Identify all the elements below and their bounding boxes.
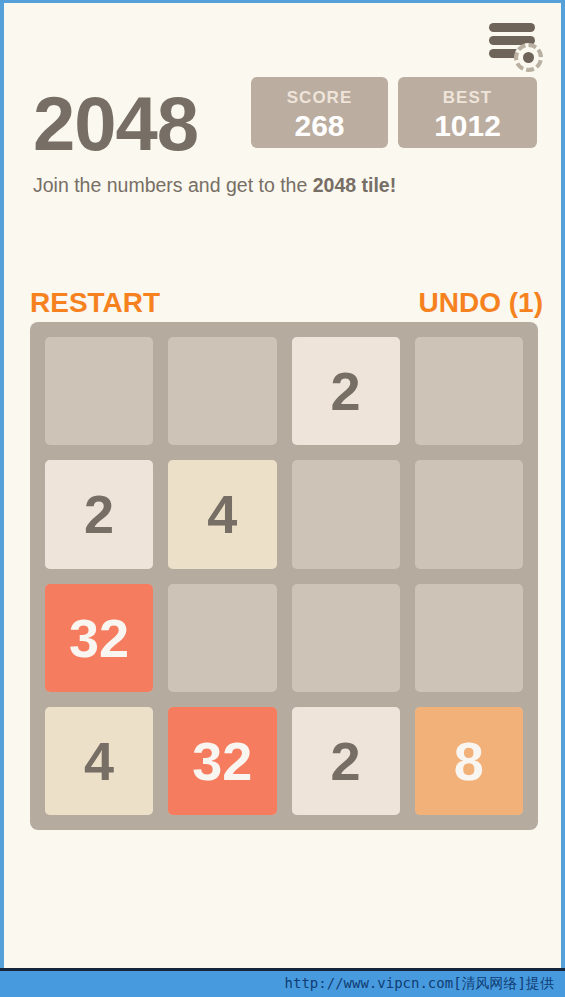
tile-4: 4 bbox=[45, 707, 153, 815]
tile-2: 2 bbox=[45, 460, 153, 568]
board-cell bbox=[168, 337, 276, 445]
board-cell bbox=[292, 584, 400, 692]
board-cell: 32 bbox=[168, 707, 276, 815]
score-value: 268 bbox=[251, 109, 388, 143]
tile-32: 32 bbox=[168, 707, 276, 815]
best-label: BEST bbox=[398, 88, 537, 108]
tile-8: 8 bbox=[415, 707, 523, 815]
tile-2: 2 bbox=[292, 707, 400, 815]
tile-32: 32 bbox=[45, 584, 153, 692]
board-cell: 2 bbox=[292, 337, 400, 445]
board-cell bbox=[292, 460, 400, 568]
tile-2: 2 bbox=[292, 337, 400, 445]
tile-4: 4 bbox=[168, 460, 276, 568]
board-cell bbox=[168, 584, 276, 692]
game-screen: 2048 SCORE 268 BEST 1012 Join the number… bbox=[4, 3, 561, 968]
menu-bar-icon bbox=[489, 23, 535, 32]
menu-button[interactable] bbox=[489, 23, 544, 73]
board-cell: 2 bbox=[292, 707, 400, 815]
board-cell: 2 bbox=[45, 460, 153, 568]
subtitle-goal: 2048 tile! bbox=[313, 174, 396, 196]
restart-button[interactable]: RESTART bbox=[30, 287, 160, 319]
board-cell: 4 bbox=[168, 460, 276, 568]
best-box: BEST 1012 bbox=[398, 77, 537, 148]
board-cell: 32 bbox=[45, 584, 153, 692]
board-cell: 4 bbox=[45, 707, 153, 815]
board-cell bbox=[415, 337, 523, 445]
watermark-bar: http://www.vipcn.com[清风网络]提供 bbox=[0, 968, 565, 997]
board-cell bbox=[415, 460, 523, 568]
score-label: SCORE bbox=[251, 88, 388, 108]
score-box: SCORE 268 bbox=[251, 77, 388, 148]
app-window: 2048 SCORE 268 BEST 1012 Join the number… bbox=[0, 0, 565, 997]
board-cell bbox=[415, 584, 523, 692]
watermark-text: http://www.vipcn.com[清风网络]提供 bbox=[285, 975, 554, 991]
subtitle-text: Join the numbers and get to the bbox=[33, 174, 313, 196]
page-title: 2048 bbox=[33, 86, 198, 162]
gear-icon bbox=[514, 43, 543, 72]
undo-button[interactable]: UNDO (1) bbox=[419, 287, 543, 319]
subtitle: Join the numbers and get to the 2048 til… bbox=[33, 174, 396, 197]
board-cell: 8 bbox=[415, 707, 523, 815]
board-cell bbox=[45, 337, 153, 445]
game-board[interactable]: 2 2 4 32 4 32 2 8 bbox=[30, 322, 538, 830]
best-value: 1012 bbox=[398, 109, 537, 143]
